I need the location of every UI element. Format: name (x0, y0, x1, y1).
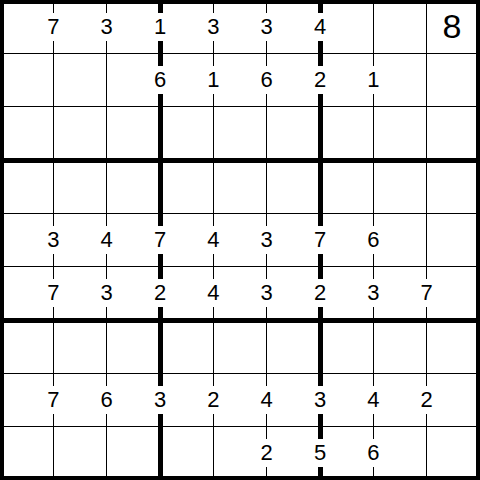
given-digit-r6-line6: 2 (309, 279, 331, 307)
given-digit-r8-line4: 2 (202, 386, 224, 414)
given-digit-r8-line1: 7 (42, 386, 64, 414)
given-digit-r1-line3: 1 (149, 13, 171, 41)
given-digit-r1-line5: 3 (256, 13, 278, 41)
given-digit-r8-line2: 6 (96, 386, 118, 414)
given-digit-r6-line2: 3 (96, 279, 118, 307)
given-digit-r8-line3: 3 (149, 386, 171, 414)
given-digit-r2-line6: 2 (309, 66, 331, 94)
given-digit-r2-line4: 1 (202, 66, 224, 94)
given-digit-r9-line6: 5 (309, 439, 331, 467)
given-digit-r6-line8: 7 (416, 279, 438, 307)
given-digit-r5-line3: 7 (149, 226, 171, 254)
box-border-horizontal (4, 318, 476, 323)
given-digit-r6-line4: 4 (202, 279, 224, 307)
given-digit-r8-line8: 2 (416, 386, 438, 414)
given-digit-r5-line6: 7 (309, 226, 331, 254)
given-digit-r6-line5: 3 (256, 279, 278, 307)
given-digit-r2-line5: 6 (256, 66, 278, 94)
gridline-horizontal (4, 213, 476, 214)
gridline-horizontal (4, 53, 476, 54)
box-border-horizontal (4, 158, 476, 163)
given-digit-r6-line3: 2 (149, 279, 171, 307)
given-digit-r5-line2: 4 (96, 226, 118, 254)
given-digit-r1-line2: 3 (96, 13, 118, 41)
gridline-horizontal (4, 106, 476, 107)
given-digit-r1-line6: 4 (309, 13, 331, 41)
given-digit-r6-line1: 7 (42, 279, 64, 307)
given-digit-r8-line7: 4 (362, 386, 384, 414)
given-digit-r9-line5: 2 (256, 439, 278, 467)
gridline-horizontal (4, 373, 476, 374)
given-digit-r8-line6: 3 (309, 386, 331, 414)
given-digit-r5-line4: 4 (202, 226, 224, 254)
sudoku-board: 8 7313346162134743767324323776324342256 (0, 0, 480, 480)
gridline-horizontal (4, 426, 476, 427)
given-digit-r5-line5: 3 (256, 226, 278, 254)
gridline-horizontal (4, 266, 476, 267)
given-digit-r1-line1: 7 (42, 13, 64, 41)
puzzle-number: 8 (443, 9, 462, 43)
given-digit-r5-line7: 6 (362, 226, 384, 254)
given-digit-r1-line4: 3 (202, 13, 224, 41)
given-digit-r9-line7: 6 (362, 439, 384, 467)
given-digit-r2-line7: 1 (362, 66, 384, 94)
given-digit-r8-line5: 4 (256, 386, 278, 414)
given-digit-r2-line3: 6 (149, 66, 171, 94)
given-digit-r6-line7: 3 (362, 279, 384, 307)
given-digit-r5-line1: 3 (42, 226, 64, 254)
